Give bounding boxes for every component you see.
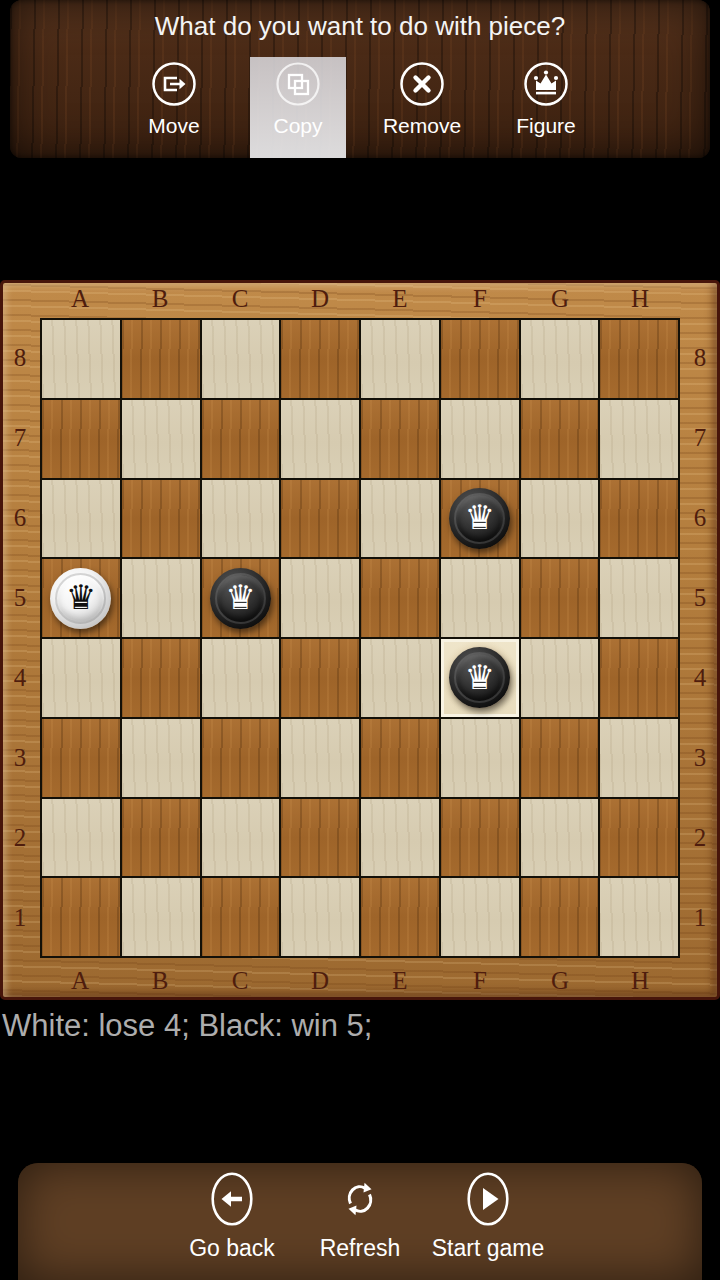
move-out-icon [151,61,197,107]
square-a2[interactable] [42,799,120,877]
refresh-icon [338,1172,382,1226]
file-label: E [360,280,440,318]
square-e1[interactable] [361,878,439,956]
rank-label: 4 [0,638,40,718]
square-h6[interactable] [600,480,678,558]
square-d5[interactable] [281,559,359,637]
rank-labels-right: 87654321 [680,318,720,958]
remove-icon [399,61,445,107]
square-h3[interactable] [600,719,678,797]
crown-glyph: ♛ [225,580,255,614]
crown-glyph: ♛ [66,580,96,614]
white-king[interactable]: ♛ [50,568,111,629]
rank-labels-left: 87654321 [0,318,40,958]
crown-glyph: ♛ [464,660,494,694]
square-e5[interactable] [361,559,439,637]
square-e3[interactable] [361,719,439,797]
file-label: B [120,280,200,318]
square-b7[interactable] [122,400,200,478]
dialog-button-row: Move Copy Remove [10,57,710,158]
start-game-button[interactable]: Start game [436,1172,540,1262]
copy-button-label: Copy [273,114,322,138]
rank-label: 2 [680,798,720,878]
square-e8[interactable] [361,320,439,398]
square-a1[interactable] [42,878,120,956]
bottom-toolbar: Go back Refresh Start game [18,1163,702,1280]
square-g6[interactable] [521,480,599,558]
square-a7[interactable] [42,400,120,478]
file-label: B [120,962,200,1000]
square-d8[interactable] [281,320,359,398]
square-b4[interactable] [122,639,200,717]
go-back-button[interactable]: Go back [180,1172,284,1262]
square-g7[interactable] [521,400,599,478]
crown-glyph: ♛ [464,500,494,534]
square-b1[interactable] [122,878,200,956]
square-e4[interactable] [361,639,439,717]
square-f7[interactable] [441,400,519,478]
square-g4[interactable] [521,639,599,717]
rank-label: 1 [680,878,720,958]
black-king[interactable]: ♛ [449,647,510,708]
file-label: G [520,962,600,1000]
piece-action-dialog: What do you want to do with piece? Move … [10,0,710,158]
square-h2[interactable] [600,799,678,877]
dialog-title: What do you want to do with piece? [10,11,710,42]
back-arrow-icon [210,1172,254,1226]
square-h8[interactable] [600,320,678,398]
square-f2[interactable] [441,799,519,877]
file-label: E [360,962,440,1000]
go-back-label: Go back [189,1235,275,1262]
square-c3[interactable] [202,719,280,797]
rank-label: 5 [680,558,720,638]
play-icon [466,1172,510,1226]
file-label: C [200,280,280,318]
square-d6[interactable] [281,480,359,558]
square-d3[interactable] [281,719,359,797]
rank-label: 8 [680,318,720,398]
black-king[interactable]: ♛ [210,568,271,629]
square-f1[interactable] [441,878,519,956]
square-e2[interactable] [361,799,439,877]
figure-button-label: Figure [516,114,576,138]
square-a3[interactable] [42,719,120,797]
black-king[interactable]: ♛ [449,488,510,549]
square-d2[interactable] [281,799,359,877]
refresh-label: Refresh [320,1235,401,1262]
square-g3[interactable] [521,719,599,797]
square-c6[interactable] [202,480,280,558]
square-d1[interactable] [281,878,359,956]
file-label: G [520,280,600,318]
move-button-label: Move [148,114,199,138]
rank-label: 5 [0,558,40,638]
square-g1[interactable] [521,878,599,956]
square-c4[interactable] [202,639,280,717]
square-b6[interactable] [122,480,200,558]
square-c8[interactable] [202,320,280,398]
square-a5[interactable]: ♛ [42,559,120,637]
square-f3[interactable] [441,719,519,797]
square-f5[interactable] [441,559,519,637]
crown-icon [523,61,569,107]
figure-button[interactable]: Figure [498,57,594,158]
rank-label: 3 [0,718,40,798]
square-b3[interactable] [122,719,200,797]
square-c5[interactable]: ♛ [202,559,280,637]
evaluation-status-text: White: lose 4; Black: win 5; [2,1008,372,1044]
rank-label: 6 [0,478,40,558]
file-label: A [40,280,120,318]
move-button[interactable]: Move [126,57,222,158]
remove-button[interactable]: Remove [374,57,470,158]
square-g8[interactable] [521,320,599,398]
rank-label: 8 [0,318,40,398]
file-label: H [600,280,680,318]
rank-label: 6 [680,478,720,558]
square-b5[interactable] [122,559,200,637]
file-label: D [280,280,360,318]
square-c1[interactable] [202,878,280,956]
square-g5[interactable] [521,559,599,637]
square-a4[interactable] [42,639,120,717]
square-a6[interactable] [42,480,120,558]
checkers-board: ABCDEFGH ABCDEFGH 87654321 87654321 ♛♛♛♛ [0,280,720,1000]
square-f6[interactable]: ♛ [441,480,519,558]
rank-label: 3 [680,718,720,798]
square-c2[interactable] [202,799,280,877]
rank-label: 7 [680,398,720,478]
rank-label: 7 [0,398,40,478]
rank-label: 4 [680,638,720,718]
board-grid: ♛♛♛♛ [40,318,680,958]
square-h7[interactable] [600,400,678,478]
file-label: F [440,280,520,318]
file-label: C [200,962,280,1000]
file-label: A [40,962,120,1000]
square-d4[interactable] [281,639,359,717]
square-f8[interactable] [441,320,519,398]
file-labels-top: ABCDEFGH [40,280,680,318]
start-game-label: Start game [432,1235,545,1262]
square-e6[interactable] [361,480,439,558]
square-b8[interactable] [122,320,200,398]
file-label: H [600,962,680,1000]
bottom-button-row: Go back Refresh Start game [18,1172,702,1262]
copy-icon [275,61,321,107]
rank-label: 1 [0,878,40,958]
square-b2[interactable] [122,799,200,877]
square-h5[interactable] [600,559,678,637]
file-labels-bottom: ABCDEFGH [40,962,680,1000]
square-h1[interactable] [600,878,678,956]
square-a8[interactable] [42,320,120,398]
square-d7[interactable] [281,400,359,478]
square-e7[interactable] [361,400,439,478]
square-f4[interactable]: ♛ [441,639,519,717]
remove-button-label: Remove [383,114,461,138]
rank-label: 2 [0,798,40,878]
file-label: D [280,962,360,1000]
square-c7[interactable] [202,400,280,478]
square-h4[interactable] [600,639,678,717]
file-label: F [440,962,520,1000]
copy-button[interactable]: Copy [250,57,346,158]
refresh-button[interactable]: Refresh [308,1172,412,1262]
square-g2[interactable] [521,799,599,877]
